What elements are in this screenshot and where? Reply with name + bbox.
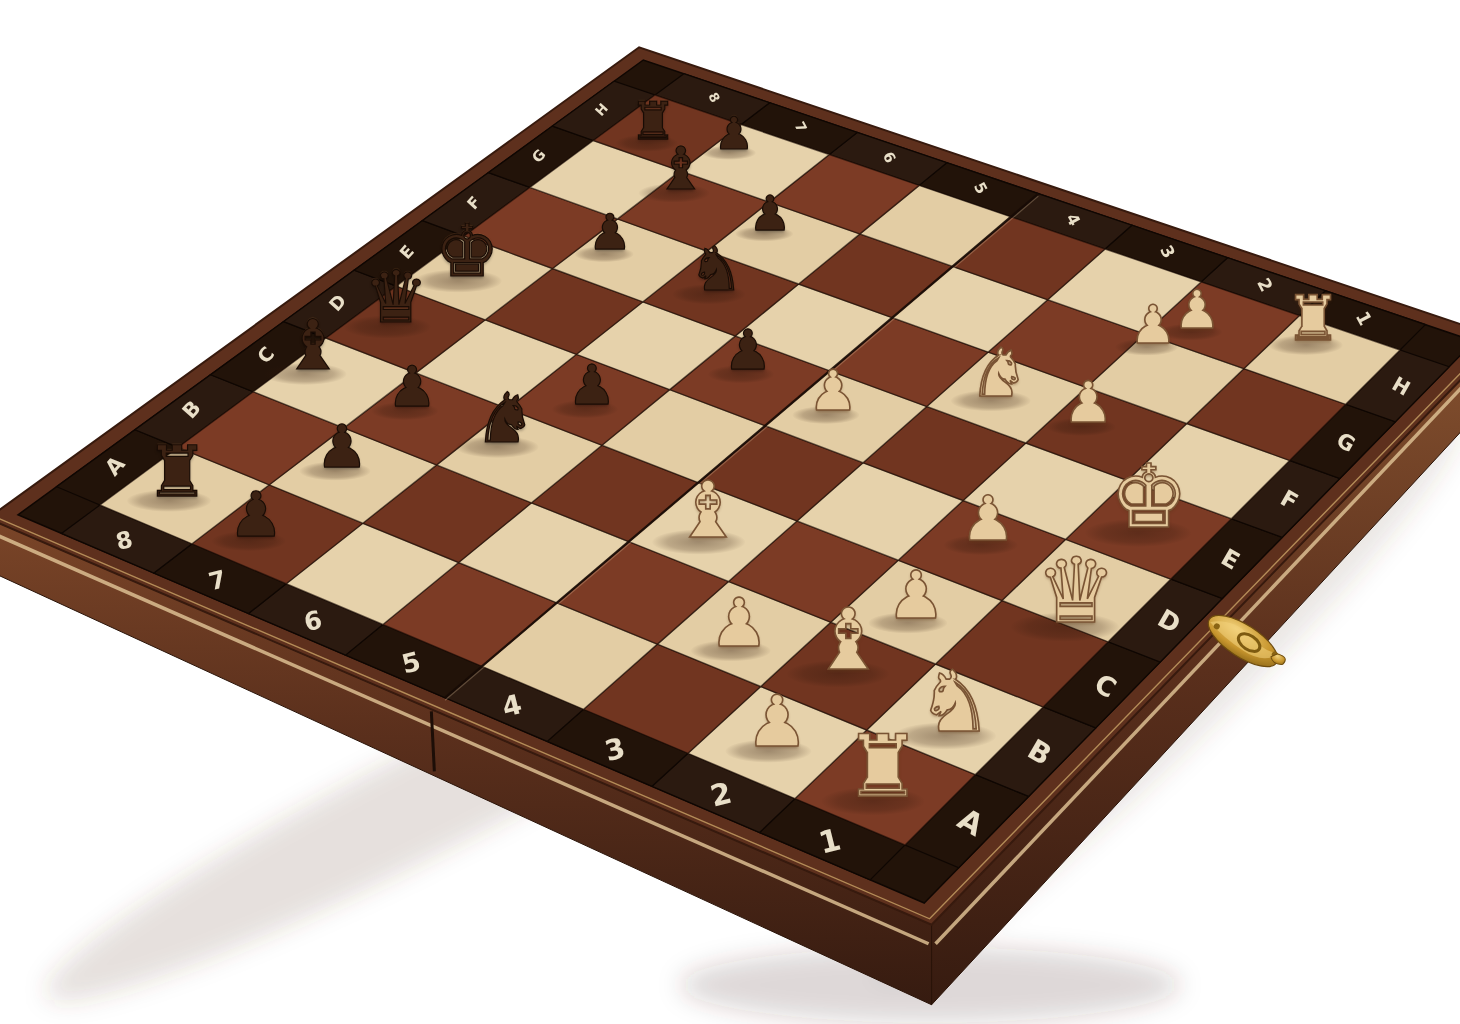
black-bishop-c8[interactable]: ♝ [282,311,344,380]
white-pawn-b3[interactable]: ♟ [709,590,769,657]
white-queen-d1[interactable]: ♛ [1036,546,1117,636]
white-pawn-f2[interactable]: ♟ [1062,374,1113,431]
white-bishop-c4[interactable]: ♝ [673,471,743,549]
black-pawn-g6[interactable]: ♟ [748,189,791,237]
white-knight-f3[interactable]: ♞ [969,340,1029,407]
white-knight-b1[interactable]: ♞ [917,659,993,744]
black-rook-a8[interactable]: ♜ [146,437,209,507]
white-pawn-e4[interactable]: ♟ [808,363,858,419]
black-bishop-g7[interactable]: ♝ [655,139,708,198]
chess-photo-scene: ABCDEFGHABCDEFGH1234567812345678 ♜♟♝♟♟♚♞… [0,0,1460,1024]
black-pawn-d6[interactable]: ♟ [567,358,616,413]
white-king-e1[interactable]: ♚ [1110,453,1189,541]
white-pawn-c2[interactable]: ♟ [886,563,945,629]
black-knight-c6[interactable]: ♞ [474,384,536,453]
white-rook-a1[interactable]: ♜ [844,723,921,809]
white-rook-h1[interactable]: ♜ [1285,288,1341,350]
white-pawn-h2[interactable]: ♟ [1173,283,1221,336]
black-pawn-h7[interactable]: ♟ [714,111,754,156]
white-pawn-g2[interactable]: ♟ [1129,298,1177,351]
black-pawn-e5[interactable]: ♟ [723,323,772,378]
black-knight-f6[interactable]: ♞ [689,238,744,299]
black-pawn-b7[interactable]: ♟ [316,417,369,476]
white-pawn-d2[interactable]: ♟ [960,488,1016,550]
black-queen-d8[interactable]: ♛ [364,261,429,333]
black-pawn-a7[interactable]: ♟ [228,484,284,546]
black-pawn-f7[interactable]: ♟ [588,208,632,257]
black-king-e8[interactable]: ♚ [435,215,500,287]
black-pawn-c7[interactable]: ♟ [387,359,437,415]
white-bishop-b2[interactable]: ♝ [810,597,886,682]
white-pawn-a2[interactable]: ♟ [745,686,809,757]
